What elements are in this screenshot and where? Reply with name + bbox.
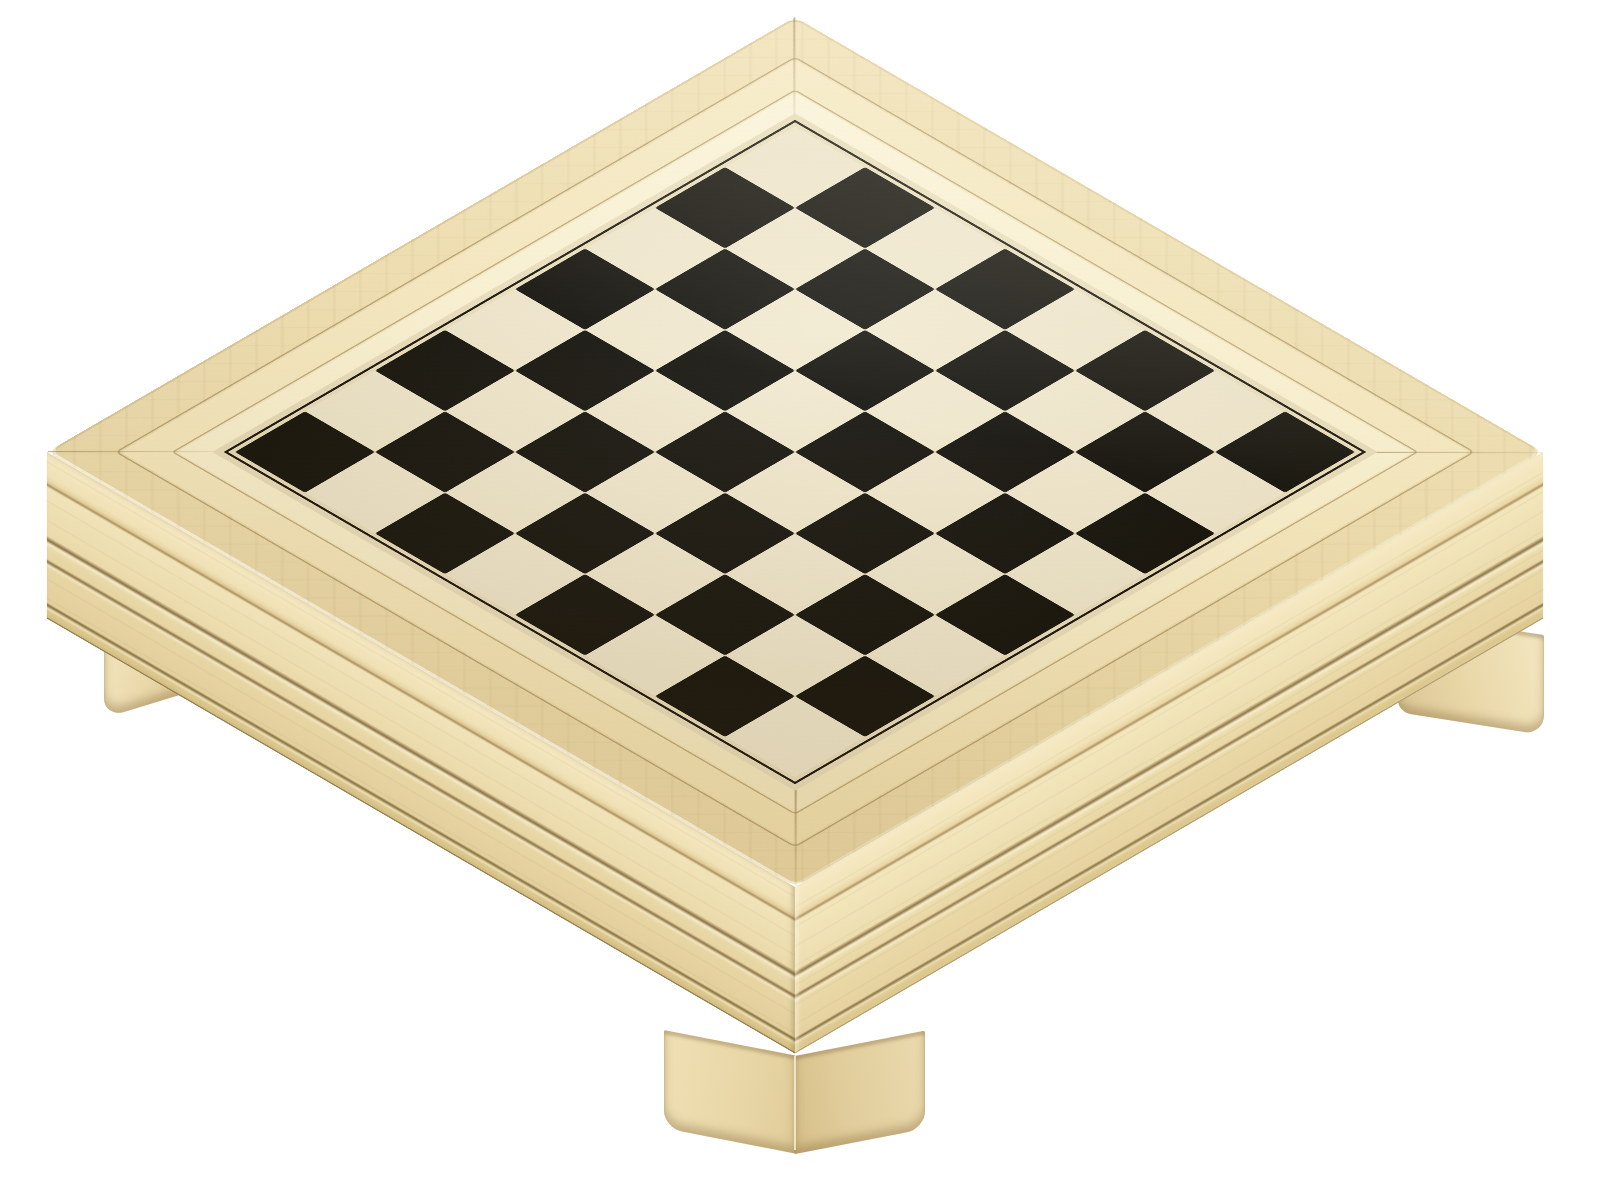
frame-miter-seam-top xyxy=(793,17,795,115)
front-foot-corner-highlight xyxy=(794,1056,796,1150)
frame-miter-seam-right xyxy=(1374,452,1542,453)
front-corner-foot-right-face xyxy=(795,1031,925,1154)
cell-r1c7-light[interactable] xyxy=(1145,452,1285,533)
cell-r7c6-dark[interactable] xyxy=(655,656,795,737)
cell-r7c1-light[interactable] xyxy=(305,452,445,533)
cell-r4c6-light[interactable] xyxy=(865,533,1005,614)
cell-r6c2-light[interactable] xyxy=(445,452,585,533)
cell-r5c3-light[interactable] xyxy=(585,452,725,533)
cell-r3c7-light[interactable] xyxy=(1005,533,1145,614)
cell-r6c3-dark[interactable] xyxy=(515,493,655,574)
cell-r4c4-light[interactable] xyxy=(725,452,865,533)
front-corner-foot-left-face xyxy=(664,1030,795,1153)
cell-r2c6-light[interactable] xyxy=(1005,452,1145,533)
cell-r6c5-dark[interactable] xyxy=(655,574,795,655)
cell-r6c7-dark[interactable] xyxy=(795,656,935,737)
cell-r4c5-dark[interactable] xyxy=(795,493,935,574)
wooden-game-box xyxy=(47,17,1543,887)
frame-miter-seam-bottom xyxy=(795,789,797,887)
cell-r5c6-dark[interactable] xyxy=(795,574,935,655)
cell-r7c3-light[interactable] xyxy=(445,533,585,614)
cell-r7c7-light[interactable] xyxy=(725,696,865,777)
cell-r6c4-light[interactable] xyxy=(585,533,725,614)
cell-r7c5-light[interactable] xyxy=(585,615,725,696)
cell-r2c7-dark[interactable] xyxy=(1075,493,1215,574)
cell-r3c6-dark[interactable] xyxy=(935,493,1075,574)
cell-r5c7-light[interactable] xyxy=(865,615,1005,696)
cell-r6c6-light[interactable] xyxy=(725,615,865,696)
cell-r3c5-light[interactable] xyxy=(865,452,1005,533)
frame-miter-seam-left xyxy=(48,451,216,452)
box-top-face xyxy=(47,17,1543,887)
cell-r7c2-dark[interactable] xyxy=(375,493,515,574)
scene xyxy=(0,0,1611,1200)
cell-r5c4-dark[interactable] xyxy=(655,493,795,574)
cell-r5c5-light[interactable] xyxy=(725,533,865,614)
cell-r4c7-dark[interactable] xyxy=(935,574,1075,655)
cell-r7c4-dark[interactable] xyxy=(515,574,655,655)
